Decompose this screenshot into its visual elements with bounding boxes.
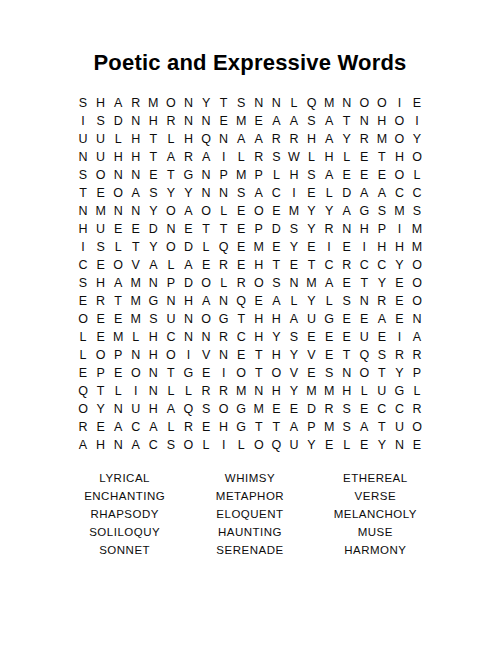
grid-cell[interactable]: Y: [391, 256, 409, 274]
grid-cell[interactable]: R: [197, 382, 215, 400]
grid-cell[interactable]: N: [127, 112, 145, 130]
grid-cell[interactable]: P: [109, 346, 127, 364]
grid-cell[interactable]: M: [232, 382, 250, 400]
grid-cell[interactable]: R: [268, 130, 286, 148]
grid-cell[interactable]: N: [109, 166, 127, 184]
grid-cell[interactable]: S: [285, 328, 303, 346]
grid-cell[interactable]: L: [303, 148, 321, 166]
grid-cell[interactable]: R: [215, 256, 233, 274]
grid-cell[interactable]: S: [232, 184, 250, 202]
grid-cell[interactable]: Q: [268, 436, 286, 454]
grid-cell[interactable]: O: [197, 310, 215, 328]
grid-cell[interactable]: T: [303, 256, 321, 274]
grid-cell[interactable]: N: [127, 166, 145, 184]
grid-cell[interactable]: L: [268, 166, 286, 184]
grid-cell[interactable]: G: [355, 202, 373, 220]
grid-cell[interactable]: A: [197, 292, 215, 310]
grid-cell[interactable]: E: [355, 310, 373, 328]
grid-cell[interactable]: N: [197, 328, 215, 346]
grid-cell[interactable]: Y: [285, 382, 303, 400]
grid-cell[interactable]: O: [162, 94, 180, 112]
grid-cell[interactable]: O: [250, 274, 268, 292]
grid-cell[interactable]: E: [268, 238, 286, 256]
grid-cell[interactable]: E: [338, 166, 356, 184]
grid-cell[interactable]: U: [74, 130, 92, 148]
grid-cell[interactable]: V: [285, 364, 303, 382]
grid-cell[interactable]: G: [232, 400, 250, 418]
grid-cell[interactable]: N: [180, 112, 198, 130]
grid-cell[interactable]: V: [197, 346, 215, 364]
grid-cell[interactable]: C: [74, 256, 92, 274]
grid-cell[interactable]: N: [408, 310, 426, 328]
grid-cell[interactable]: A: [285, 112, 303, 130]
grid-cell[interactable]: S: [74, 94, 92, 112]
grid-cell[interactable]: E: [92, 310, 110, 328]
grid-cell[interactable]: Y: [408, 130, 426, 148]
grid-cell[interactable]: T: [109, 292, 127, 310]
grid-cell[interactable]: T: [197, 220, 215, 238]
grid-cell[interactable]: L: [215, 274, 233, 292]
grid-cell[interactable]: O: [215, 400, 233, 418]
grid-cell[interactable]: A: [250, 184, 268, 202]
grid-cell[interactable]: E: [408, 436, 426, 454]
grid-cell[interactable]: O: [197, 202, 215, 220]
grid-cell[interactable]: L: [285, 94, 303, 112]
grid-cell[interactable]: E: [232, 202, 250, 220]
grid-cell[interactable]: C: [391, 184, 409, 202]
grid-cell[interactable]: S: [320, 364, 338, 382]
grid-cell[interactable]: H: [338, 382, 356, 400]
grid-cell[interactable]: C: [408, 184, 426, 202]
grid-cell[interactable]: A: [197, 148, 215, 166]
grid-cell[interactable]: H: [92, 436, 110, 454]
grid-cell[interactable]: C: [391, 400, 409, 418]
grid-cell[interactable]: R: [180, 418, 198, 436]
grid-cell[interactable]: C: [320, 256, 338, 274]
grid-cell[interactable]: H: [285, 166, 303, 184]
grid-cell[interactable]: Y: [285, 346, 303, 364]
grid-cell[interactable]: R: [215, 382, 233, 400]
grid-cell[interactable]: S: [145, 184, 163, 202]
grid-cell[interactable]: G: [320, 310, 338, 328]
grid-cell[interactable]: L: [197, 238, 215, 256]
grid-cell[interactable]: P: [373, 220, 391, 238]
grid-cell[interactable]: E: [303, 238, 321, 256]
grid-cell[interactable]: T: [127, 238, 145, 256]
grid-cell[interactable]: E: [109, 364, 127, 382]
grid-cell[interactable]: O: [408, 292, 426, 310]
grid-cell[interactable]: G: [232, 418, 250, 436]
grid-cell[interactable]: E: [197, 364, 215, 382]
grid-cell[interactable]: H: [92, 94, 110, 112]
grid-cell[interactable]: S: [303, 166, 321, 184]
grid-cell[interactable]: N: [145, 382, 163, 400]
grid-cell[interactable]: A: [145, 418, 163, 436]
grid-cell[interactable]: I: [127, 382, 145, 400]
grid-cell[interactable]: E: [373, 328, 391, 346]
grid-cell[interactable]: E: [109, 310, 127, 328]
grid-cell[interactable]: D: [180, 274, 198, 292]
grid-cell[interactable]: R: [408, 400, 426, 418]
grid-cell[interactable]: L: [338, 436, 356, 454]
grid-cell[interactable]: O: [250, 436, 268, 454]
grid-cell[interactable]: N: [74, 202, 92, 220]
grid-cell[interactable]: R: [127, 94, 145, 112]
grid-cell[interactable]: N: [250, 382, 268, 400]
grid-cell[interactable]: M: [373, 130, 391, 148]
grid-cell[interactable]: Q: [197, 130, 215, 148]
grid-cell[interactable]: C: [373, 400, 391, 418]
grid-cell[interactable]: A: [320, 166, 338, 184]
grid-cell[interactable]: H: [127, 130, 145, 148]
grid-cell[interactable]: E: [303, 184, 321, 202]
grid-cell[interactable]: M: [145, 94, 163, 112]
grid-cell[interactable]: T: [355, 274, 373, 292]
grid-cell[interactable]: N: [109, 436, 127, 454]
grid-cell[interactable]: E: [320, 346, 338, 364]
grid-cell[interactable]: S: [92, 238, 110, 256]
grid-cell[interactable]: O: [162, 346, 180, 364]
grid-cell[interactable]: I: [320, 238, 338, 256]
grid-cell[interactable]: E: [232, 220, 250, 238]
grid-cell[interactable]: Y: [303, 220, 321, 238]
grid-cell[interactable]: Y: [145, 202, 163, 220]
grid-cell[interactable]: H: [145, 346, 163, 364]
grid-cell[interactable]: H: [268, 346, 286, 364]
grid-cell[interactable]: M: [127, 292, 145, 310]
grid-cell[interactable]: H: [145, 112, 163, 130]
grid-cell[interactable]: I: [391, 94, 409, 112]
grid-cell[interactable]: P: [162, 274, 180, 292]
grid-cell[interactable]: E: [268, 202, 286, 220]
grid-cell[interactable]: H: [215, 418, 233, 436]
grid-cell[interactable]: E: [145, 166, 163, 184]
grid-cell[interactable]: P: [250, 220, 268, 238]
grid-cell[interactable]: U: [162, 310, 180, 328]
grid-cell[interactable]: E: [320, 328, 338, 346]
grid-cell[interactable]: H: [373, 112, 391, 130]
grid-cell[interactable]: O: [268, 364, 286, 382]
grid-cell[interactable]: L: [197, 436, 215, 454]
grid-cell[interactable]: Y: [373, 274, 391, 292]
grid-cell[interactable]: N: [285, 274, 303, 292]
grid-cell[interactable]: U: [285, 436, 303, 454]
grid-cell[interactable]: E: [268, 400, 286, 418]
grid-cell[interactable]: S: [285, 220, 303, 238]
grid-cell[interactable]: S: [373, 202, 391, 220]
grid-cell[interactable]: R: [215, 328, 233, 346]
grid-cell[interactable]: Y: [162, 184, 180, 202]
grid-cell[interactable]: T: [215, 220, 233, 238]
grid-cell[interactable]: Q: [180, 400, 198, 418]
grid-cell[interactable]: T: [373, 418, 391, 436]
grid-cell[interactable]: O: [250, 202, 268, 220]
grid-cell[interactable]: S: [373, 346, 391, 364]
grid-cell[interactable]: T: [268, 256, 286, 274]
grid-cell[interactable]: T: [250, 418, 268, 436]
grid-cell[interactable]: N: [145, 274, 163, 292]
grid-cell[interactable]: U: [127, 400, 145, 418]
grid-cell[interactable]: Q: [74, 382, 92, 400]
grid-cell[interactable]: A: [373, 184, 391, 202]
grid-cell[interactable]: O: [355, 364, 373, 382]
grid-cell[interactable]: M: [92, 202, 110, 220]
grid-cell[interactable]: M: [232, 166, 250, 184]
grid-cell[interactable]: I: [74, 238, 92, 256]
grid-cell[interactable]: O: [162, 202, 180, 220]
grid-cell[interactable]: U: [303, 310, 321, 328]
grid-cell[interactable]: G: [391, 382, 409, 400]
grid-cell[interactable]: H: [127, 148, 145, 166]
grid-cell[interactable]: P: [408, 364, 426, 382]
grid-cell[interactable]: T: [268, 418, 286, 436]
grid-cell[interactable]: A: [268, 292, 286, 310]
grid-cell[interactable]: A: [180, 202, 198, 220]
grid-cell[interactable]: Y: [373, 436, 391, 454]
grid-cell[interactable]: P: [215, 166, 233, 184]
grid-cell[interactable]: Y: [268, 328, 286, 346]
grid-cell[interactable]: N: [268, 94, 286, 112]
grid-cell[interactable]: H: [250, 328, 268, 346]
grid-cell[interactable]: R: [408, 346, 426, 364]
grid-cell[interactable]: H: [303, 130, 321, 148]
grid-cell[interactable]: E: [180, 220, 198, 238]
grid-cell[interactable]: Y: [303, 436, 321, 454]
grid-cell[interactable]: L: [320, 184, 338, 202]
grid-cell[interactable]: O: [109, 256, 127, 274]
grid-cell[interactable]: E: [232, 238, 250, 256]
grid-cell[interactable]: N: [338, 220, 356, 238]
grid-cell[interactable]: Y: [320, 202, 338, 220]
grid-cell[interactable]: Q: [355, 346, 373, 364]
grid-cell[interactable]: I: [215, 364, 233, 382]
grid-cell[interactable]: L: [109, 238, 127, 256]
grid-cell[interactable]: A: [250, 130, 268, 148]
grid-cell[interactable]: S: [74, 274, 92, 292]
grid-cell[interactable]: N: [180, 328, 198, 346]
grid-cell[interactable]: M: [127, 274, 145, 292]
grid-cell[interactable]: E: [303, 328, 321, 346]
grid-cell[interactable]: M: [320, 382, 338, 400]
grid-cell[interactable]: O: [355, 94, 373, 112]
grid-cell[interactable]: L: [162, 130, 180, 148]
grid-cell[interactable]: U: [92, 220, 110, 238]
grid-cell[interactable]: R: [391, 346, 409, 364]
grid-cell[interactable]: S: [74, 166, 92, 184]
grid-cell[interactable]: H: [355, 220, 373, 238]
grid-cell[interactable]: I: [180, 346, 198, 364]
grid-cell[interactable]: E: [92, 256, 110, 274]
grid-cell[interactable]: A: [145, 256, 163, 274]
grid-cell[interactable]: E: [74, 292, 92, 310]
grid-cell[interactable]: O: [180, 436, 198, 454]
grid-cell[interactable]: T: [215, 94, 233, 112]
grid-cell[interactable]: O: [391, 130, 409, 148]
grid-cell[interactable]: E: [92, 184, 110, 202]
grid-cell[interactable]: H: [250, 310, 268, 328]
grid-cell[interactable]: H: [373, 238, 391, 256]
grid-cell[interactable]: I: [215, 148, 233, 166]
grid-cell[interactable]: O: [92, 346, 110, 364]
grid-cell[interactable]: E: [74, 364, 92, 382]
grid-cell[interactable]: E: [338, 238, 356, 256]
grid-cell[interactable]: S: [338, 292, 356, 310]
grid-cell[interactable]: E: [232, 346, 250, 364]
grid-cell[interactable]: L: [285, 292, 303, 310]
grid-cell[interactable]: E: [92, 418, 110, 436]
grid-cell[interactable]: E: [338, 310, 356, 328]
grid-cell[interactable]: A: [338, 202, 356, 220]
grid-cell[interactable]: T: [338, 112, 356, 130]
grid-cell[interactable]: H: [180, 130, 198, 148]
grid-cell[interactable]: O: [92, 166, 110, 184]
grid-cell[interactable]: O: [232, 364, 250, 382]
grid-cell[interactable]: E: [197, 418, 215, 436]
grid-cell[interactable]: L: [180, 382, 198, 400]
grid-cell[interactable]: A: [109, 418, 127, 436]
grid-cell[interactable]: A: [232, 130, 250, 148]
grid-cell[interactable]: N: [338, 94, 356, 112]
grid-cell[interactable]: N: [127, 202, 145, 220]
grid-cell[interactable]: N: [215, 184, 233, 202]
grid-cell[interactable]: P: [92, 364, 110, 382]
grid-cell[interactable]: R: [320, 400, 338, 418]
grid-cell[interactable]: A: [285, 418, 303, 436]
grid-cell[interactable]: O: [391, 166, 409, 184]
grid-cell[interactable]: A: [373, 310, 391, 328]
grid-cell[interactable]: T: [162, 364, 180, 382]
grid-cell[interactable]: N: [250, 94, 268, 112]
grid-cell[interactable]: R: [162, 112, 180, 130]
grid-cell[interactable]: E: [338, 274, 356, 292]
grid-cell[interactable]: H: [268, 382, 286, 400]
grid-cell[interactable]: M: [320, 418, 338, 436]
grid-cell[interactable]: A: [109, 94, 127, 112]
grid-cell[interactable]: E: [373, 166, 391, 184]
grid-cell[interactable]: A: [268, 112, 286, 130]
grid-cell[interactable]: N: [197, 112, 215, 130]
grid-cell[interactable]: H: [250, 256, 268, 274]
grid-cell[interactable]: I: [285, 184, 303, 202]
grid-cell[interactable]: U: [92, 130, 110, 148]
grid-cell[interactable]: R: [373, 292, 391, 310]
grid-cell[interactable]: N: [109, 400, 127, 418]
grid-cell[interactable]: L: [232, 148, 250, 166]
grid-cell[interactable]: M: [250, 238, 268, 256]
grid-cell[interactable]: O: [109, 184, 127, 202]
grid-cell[interactable]: O: [74, 310, 92, 328]
grid-cell[interactable]: S: [197, 400, 215, 418]
grid-cell[interactable]: T: [373, 148, 391, 166]
grid-cell[interactable]: L: [162, 418, 180, 436]
grid-cell[interactable]: L: [408, 382, 426, 400]
grid-cell[interactable]: S: [145, 310, 163, 328]
grid-cell[interactable]: N: [145, 364, 163, 382]
grid-cell[interactable]: L: [408, 166, 426, 184]
grid-cell[interactable]: R: [338, 256, 356, 274]
grid-cell[interactable]: I: [408, 112, 426, 130]
grid-cell[interactable]: M: [303, 274, 321, 292]
grid-cell[interactable]: A: [355, 184, 373, 202]
grid-cell[interactable]: W: [285, 148, 303, 166]
grid-cell[interactable]: M: [408, 238, 426, 256]
grid-cell[interactable]: E: [391, 292, 409, 310]
grid-cell[interactable]: O: [408, 148, 426, 166]
grid-cell[interactable]: E: [285, 256, 303, 274]
grid-cell[interactable]: D: [145, 220, 163, 238]
grid-cell[interactable]: L: [162, 382, 180, 400]
grid-cell[interactable]: E: [109, 220, 127, 238]
grid-cell[interactable]: Y: [303, 292, 321, 310]
grid-cell[interactable]: U: [355, 328, 373, 346]
grid-cell[interactable]: E: [391, 310, 409, 328]
grid-cell[interactable]: T: [373, 364, 391, 382]
grid-cell[interactable]: C: [127, 418, 145, 436]
grid-cell[interactable]: E: [303, 364, 321, 382]
grid-cell[interactable]: A: [285, 310, 303, 328]
grid-cell[interactable]: M: [232, 112, 250, 130]
grid-cell[interactable]: O: [391, 112, 409, 130]
grid-cell[interactable]: M: [109, 328, 127, 346]
grid-cell[interactable]: U: [92, 148, 110, 166]
grid-cell[interactable]: H: [145, 328, 163, 346]
grid-cell[interactable]: L: [109, 130, 127, 148]
grid-cell[interactable]: S: [162, 436, 180, 454]
grid-cell[interactable]: C: [373, 256, 391, 274]
grid-cell[interactable]: H: [391, 148, 409, 166]
grid-cell[interactable]: G: [180, 166, 198, 184]
grid-cell[interactable]: C: [355, 256, 373, 274]
grid-cell[interactable]: R: [232, 274, 250, 292]
grid-cell[interactable]: I: [391, 220, 409, 238]
grid-cell[interactable]: N: [180, 94, 198, 112]
grid-cell[interactable]: L: [109, 382, 127, 400]
grid-cell[interactable]: N: [355, 292, 373, 310]
grid-cell[interactable]: S: [92, 112, 110, 130]
grid-cell[interactable]: O: [197, 274, 215, 292]
grid-cell[interactable]: E: [250, 292, 268, 310]
grid-cell[interactable]: S: [232, 94, 250, 112]
grid-cell[interactable]: A: [320, 112, 338, 130]
grid-cell[interactable]: C: [268, 184, 286, 202]
grid-cell[interactable]: L: [74, 328, 92, 346]
grid-cell[interactable]: S: [268, 274, 286, 292]
grid-cell[interactable]: L: [215, 202, 233, 220]
grid-cell[interactable]: N: [162, 292, 180, 310]
grid-cell[interactable]: Y: [303, 202, 321, 220]
grid-cell[interactable]: R: [250, 148, 268, 166]
grid-cell[interactable]: E: [92, 328, 110, 346]
grid-cell[interactable]: O: [373, 94, 391, 112]
grid-cell[interactable]: E: [197, 256, 215, 274]
grid-cell[interactable]: U: [373, 382, 391, 400]
grid-cell[interactable]: V: [303, 346, 321, 364]
grid-cell[interactable]: N: [180, 310, 198, 328]
grid-cell[interactable]: Y: [338, 130, 356, 148]
grid-cell[interactable]: L: [162, 256, 180, 274]
grid-cell[interactable]: N: [162, 220, 180, 238]
grid-cell[interactable]: N: [197, 166, 215, 184]
grid-cell[interactable]: I: [355, 238, 373, 256]
grid-cell[interactable]: L: [338, 148, 356, 166]
grid-cell[interactable]: T: [92, 382, 110, 400]
grid-cell[interactable]: D: [109, 112, 127, 130]
grid-cell[interactable]: N: [391, 436, 409, 454]
grid-cell[interactable]: E: [250, 112, 268, 130]
grid-cell[interactable]: N: [338, 364, 356, 382]
grid-cell[interactable]: E: [320, 436, 338, 454]
grid-cell[interactable]: G: [145, 292, 163, 310]
